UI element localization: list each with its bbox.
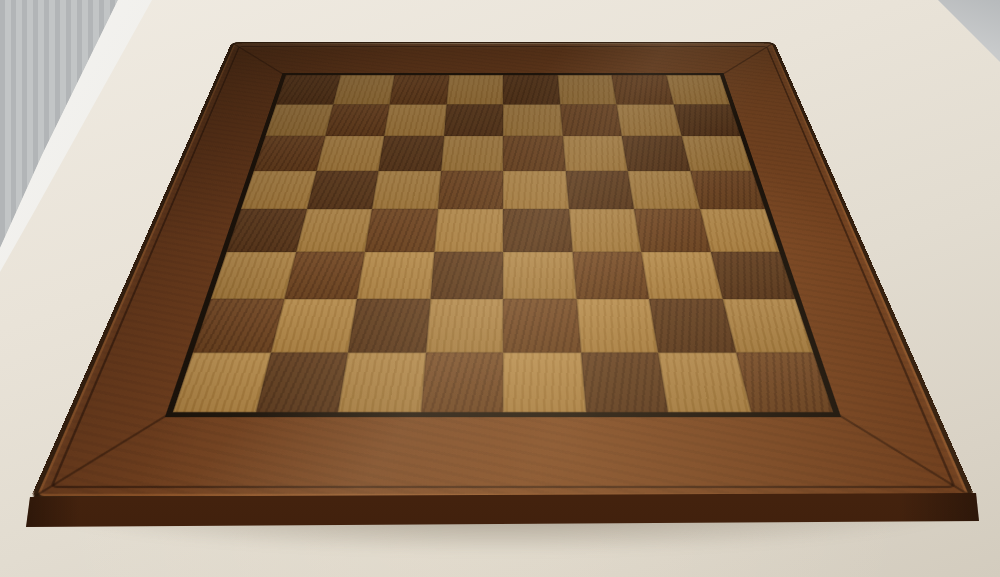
photo-scene	[0, 0, 1000, 577]
square-2-7	[681, 136, 752, 171]
square-0-7	[666, 75, 730, 104]
frame-lip-highlight	[242, 43, 764, 44]
square-6-2	[348, 299, 430, 352]
square-5-0	[211, 252, 296, 299]
square-4-5	[569, 209, 642, 252]
square-5-5	[572, 252, 649, 299]
square-4-7	[700, 209, 780, 252]
square-2-2	[378, 136, 443, 171]
square-6-7	[722, 299, 813, 352]
mitre-seam-top-right	[720, 42, 775, 75]
square-6-1	[270, 299, 356, 352]
square-5-3	[430, 252, 503, 299]
wall-corner	[920, 0, 1000, 70]
square-4-6	[634, 209, 710, 252]
square-5-6	[641, 252, 722, 299]
square-7-4	[503, 352, 586, 412]
square-3-3	[438, 171, 504, 209]
square-0-6	[612, 75, 674, 104]
square-3-5	[565, 171, 634, 209]
square-1-5	[560, 104, 622, 136]
square-5-1	[284, 252, 365, 299]
square-7-2	[338, 352, 426, 412]
square-6-5	[576, 299, 658, 352]
square-6-3	[425, 299, 503, 352]
square-4-2	[365, 209, 438, 252]
square-7-1	[255, 352, 348, 412]
square-7-6	[658, 352, 751, 412]
square-2-6	[622, 136, 690, 171]
square-0-2	[390, 75, 449, 104]
playing-field	[165, 73, 841, 417]
square-1-4	[503, 104, 562, 136]
square-1-7	[673, 104, 740, 136]
square-5-2	[357, 252, 434, 299]
square-3-6	[628, 171, 700, 209]
square-1-0	[266, 104, 333, 136]
square-2-4	[503, 136, 565, 171]
square-3-2	[372, 171, 441, 209]
square-3-4	[503, 171, 569, 209]
square-1-3	[444, 104, 503, 136]
square-0-5	[557, 75, 616, 104]
square-0-0	[276, 75, 340, 104]
square-6-6	[649, 299, 735, 352]
square-3-7	[690, 171, 765, 209]
square-7-3	[420, 352, 503, 412]
square-4-1	[296, 209, 372, 252]
square-3-0	[241, 171, 316, 209]
square-7-7	[736, 352, 834, 412]
square-2-3	[441, 136, 503, 171]
square-6-4	[503, 299, 581, 352]
square-1-1	[325, 104, 390, 136]
mitre-seam-bottom-left	[29, 412, 172, 501]
square-5-4	[503, 252, 576, 299]
square-0-1	[333, 75, 395, 104]
square-7-5	[581, 352, 669, 412]
square-0-3	[446, 75, 503, 104]
square-6-0	[193, 299, 284, 352]
square-4-3	[434, 209, 503, 252]
square-1-2	[384, 104, 446, 136]
square-4-4	[503, 209, 572, 252]
square-2-1	[316, 136, 384, 171]
square-1-6	[616, 104, 681, 136]
square-2-0	[254, 136, 325, 171]
square-5-7	[710, 252, 795, 299]
square-7-0	[173, 352, 271, 412]
mitre-seam-bottom-right	[834, 412, 977, 501]
mitre-seam-top-left	[231, 42, 286, 75]
square-2-5	[562, 136, 627, 171]
square-0-4	[503, 75, 560, 104]
chess-board	[29, 42, 977, 501]
square-3-1	[307, 171, 379, 209]
square-4-0	[227, 209, 307, 252]
